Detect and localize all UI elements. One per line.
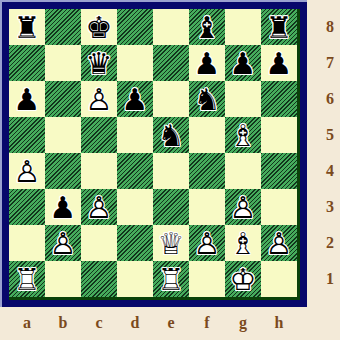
square-g6[interactable]	[225, 81, 261, 117]
square-h8[interactable]: ♜	[261, 9, 297, 45]
rank-label-2: 2	[311, 225, 340, 261]
square-g5[interactable]: ♗	[225, 117, 261, 153]
square-b7[interactable]	[45, 45, 81, 81]
square-h5[interactable]	[261, 117, 297, 153]
white-queen: ♕	[153, 225, 189, 261]
square-c5[interactable]	[81, 117, 117, 153]
file-labels: abcdefgh	[9, 306, 297, 340]
white-pawn: ♙	[81, 189, 117, 225]
square-b5[interactable]	[45, 117, 81, 153]
white-rook: ♖	[153, 261, 189, 297]
black-queen: ♛	[81, 45, 117, 81]
chess-board: ♜♚♝♜♛♟♟♟♟♙♟♞♞♗♙♟♙♙♙♕♙♗♙♖♖♔	[9, 9, 297, 297]
white-bishop: ♗	[225, 117, 261, 153]
square-d1[interactable]	[117, 261, 153, 297]
black-pawn: ♟	[189, 45, 225, 81]
square-g3[interactable]: ♙	[225, 189, 261, 225]
square-g1[interactable]: ♔	[225, 261, 261, 297]
rank-label-7: 7	[311, 45, 340, 81]
white-rook: ♖	[9, 261, 45, 297]
square-a5[interactable]	[9, 117, 45, 153]
square-f7[interactable]: ♟	[189, 45, 225, 81]
black-bishop: ♝	[189, 9, 225, 45]
file-label-g: g	[225, 306, 261, 340]
square-h6[interactable]	[261, 81, 297, 117]
square-f8[interactable]: ♝	[189, 9, 225, 45]
square-e4[interactable]	[153, 153, 189, 189]
square-d7[interactable]	[117, 45, 153, 81]
black-knight: ♞	[153, 117, 189, 153]
square-d3[interactable]	[117, 189, 153, 225]
square-c8[interactable]: ♚	[81, 9, 117, 45]
rank-label-1: 1	[311, 261, 340, 297]
square-c2[interactable]	[81, 225, 117, 261]
file-label-a: a	[9, 306, 45, 340]
square-a1[interactable]: ♖	[9, 261, 45, 297]
rank-label-8: 8	[311, 9, 340, 45]
white-pawn: ♙	[9, 153, 45, 189]
square-e3[interactable]	[153, 189, 189, 225]
board-frame-navy: ♜♚♝♜♛♟♟♟♟♙♟♞♞♗♙♟♙♙♙♕♙♗♙♖♖♔	[2, 2, 307, 307]
square-a7[interactable]	[9, 45, 45, 81]
square-a8[interactable]: ♜	[9, 9, 45, 45]
black-pawn: ♟	[225, 45, 261, 81]
square-g4[interactable]	[225, 153, 261, 189]
black-knight: ♞	[189, 81, 225, 117]
black-king: ♚	[81, 9, 117, 45]
file-label-c: c	[81, 306, 117, 340]
white-pawn: ♙	[261, 225, 297, 261]
square-b1[interactable]	[45, 261, 81, 297]
square-c7[interactable]: ♛	[81, 45, 117, 81]
square-d4[interactable]	[117, 153, 153, 189]
square-d5[interactable]	[117, 117, 153, 153]
rank-label-5: 5	[311, 117, 340, 153]
file-label-f: f	[189, 306, 225, 340]
file-label-h: h	[261, 306, 297, 340]
board-frame-green: ♜♚♝♜♛♟♟♟♟♙♟♞♞♗♙♟♙♙♙♕♙♗♙♖♖♔	[9, 9, 300, 300]
chess-diagram: ♜♚♝♜♛♟♟♟♟♙♟♞♞♗♙♟♙♙♙♕♙♗♙♖♖♔ 87654321 abcd…	[0, 0, 340, 340]
square-h1[interactable]	[261, 261, 297, 297]
square-b8[interactable]	[45, 9, 81, 45]
white-king: ♔	[225, 261, 261, 297]
square-e1[interactable]: ♖	[153, 261, 189, 297]
square-h4[interactable]	[261, 153, 297, 189]
square-b6[interactable]	[45, 81, 81, 117]
square-f6[interactable]: ♞	[189, 81, 225, 117]
square-h2[interactable]: ♙	[261, 225, 297, 261]
rank-label-3: 3	[311, 189, 340, 225]
square-h7[interactable]: ♟	[261, 45, 297, 81]
square-d2[interactable]	[117, 225, 153, 261]
black-pawn: ♟	[117, 81, 153, 117]
black-rook: ♜	[261, 9, 297, 45]
square-g2[interactable]: ♗	[225, 225, 261, 261]
square-c3[interactable]: ♙	[81, 189, 117, 225]
square-g8[interactable]	[225, 9, 261, 45]
square-a4[interactable]: ♙	[9, 153, 45, 189]
square-g7[interactable]: ♟	[225, 45, 261, 81]
square-a6[interactable]: ♟	[9, 81, 45, 117]
black-pawn: ♟	[9, 81, 45, 117]
square-e2[interactable]: ♕	[153, 225, 189, 261]
square-f4[interactable]	[189, 153, 225, 189]
file-label-b: b	[45, 306, 81, 340]
rank-labels: 87654321	[311, 9, 340, 297]
rank-label-4: 4	[311, 153, 340, 189]
white-pawn: ♙	[45, 225, 81, 261]
square-e7[interactable]	[153, 45, 189, 81]
square-c6[interactable]: ♙	[81, 81, 117, 117]
square-d8[interactable]	[117, 9, 153, 45]
black-rook: ♜	[9, 9, 45, 45]
square-a2[interactable]	[9, 225, 45, 261]
black-pawn: ♟	[261, 45, 297, 81]
white-pawn: ♙	[225, 189, 261, 225]
white-bishop: ♗	[225, 225, 261, 261]
square-f5[interactable]	[189, 117, 225, 153]
square-d6[interactable]: ♟	[117, 81, 153, 117]
square-b2[interactable]: ♙	[45, 225, 81, 261]
square-f2[interactable]: ♙	[189, 225, 225, 261]
white-pawn: ♙	[189, 225, 225, 261]
square-e8[interactable]	[153, 9, 189, 45]
file-label-e: e	[153, 306, 189, 340]
square-e5[interactable]: ♞	[153, 117, 189, 153]
square-a3[interactable]	[9, 189, 45, 225]
black-pawn: ♟	[45, 189, 81, 225]
rank-label-6: 6	[311, 81, 340, 117]
white-pawn: ♙	[81, 81, 117, 117]
square-f3[interactable]	[189, 189, 225, 225]
square-h3[interactable]	[261, 189, 297, 225]
file-label-d: d	[117, 306, 153, 340]
square-f1[interactable]	[189, 261, 225, 297]
board-frame: ♜♚♝♜♛♟♟♟♟♙♟♞♞♗♙♟♙♙♙♕♙♗♙♖♖♔	[0, 0, 307, 307]
square-c4[interactable]	[81, 153, 117, 189]
square-e6[interactable]	[153, 81, 189, 117]
square-c1[interactable]	[81, 261, 117, 297]
square-b4[interactable]	[45, 153, 81, 189]
square-b3[interactable]: ♟	[45, 189, 81, 225]
